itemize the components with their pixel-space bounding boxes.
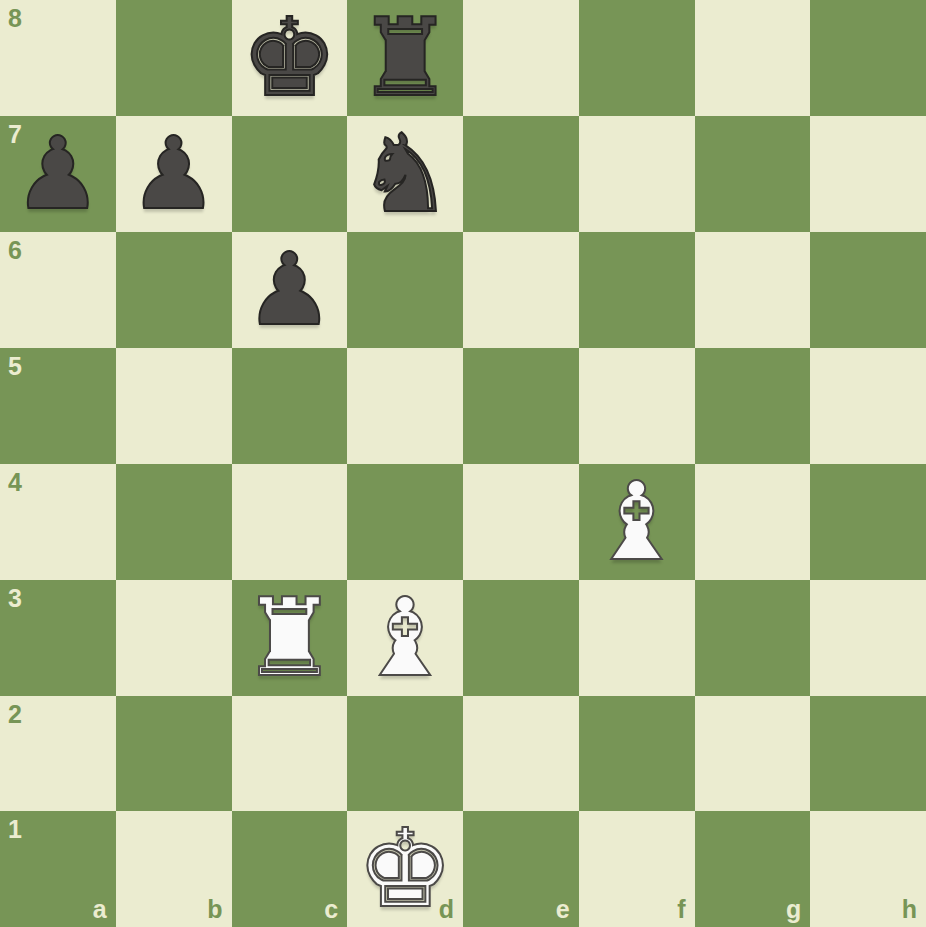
file-label-b: b	[207, 897, 222, 922]
square-a4[interactable]: 4	[0, 464, 116, 580]
square-a3[interactable]: 3	[0, 580, 116, 696]
rank-label-5: 5	[8, 354, 22, 379]
square-h2[interactable]	[810, 696, 926, 812]
square-b2[interactable]	[116, 696, 232, 812]
square-d6[interactable]	[347, 232, 463, 348]
square-d8[interactable]: ♜	[347, 0, 463, 116]
square-e2[interactable]	[463, 696, 579, 812]
square-h7[interactable]	[810, 116, 926, 232]
square-e8[interactable]	[463, 0, 579, 116]
file-label-e: e	[556, 897, 570, 922]
square-c7[interactable]	[232, 116, 348, 232]
piece-white-rook[interactable]: ♜	[241, 580, 338, 696]
square-g3[interactable]	[695, 580, 811, 696]
square-f2[interactable]	[579, 696, 695, 812]
piece-white-king[interactable]: ♚	[357, 811, 454, 927]
square-e6[interactable]	[463, 232, 579, 348]
square-f8[interactable]	[579, 0, 695, 116]
square-e4[interactable]	[463, 464, 579, 580]
piece-black-pawn[interactable]: ♟	[129, 116, 219, 232]
rank-label-4: 4	[8, 470, 22, 495]
rank-label-6: 6	[8, 238, 22, 263]
square-d4[interactable]	[347, 464, 463, 580]
piece-black-pawn[interactable]: ♟	[245, 232, 335, 348]
square-g5[interactable]	[695, 348, 811, 464]
piece-white-bishop[interactable]: ♝	[588, 464, 685, 580]
piece-black-rook[interactable]: ♜	[357, 0, 454, 116]
square-h4[interactable]	[810, 464, 926, 580]
square-h5[interactable]	[810, 348, 926, 464]
piece-black-king[interactable]: ♚	[241, 0, 338, 116]
square-f1[interactable]: f	[579, 811, 695, 927]
square-c8[interactable]: ♚	[232, 0, 348, 116]
square-d2[interactable]	[347, 696, 463, 812]
piece-black-pawn[interactable]: ♟	[13, 116, 103, 232]
square-b4[interactable]	[116, 464, 232, 580]
square-d1[interactable]: d♚	[347, 811, 463, 927]
square-a8[interactable]: 8	[0, 0, 116, 116]
square-a1[interactable]: 1a	[0, 811, 116, 927]
square-f7[interactable]	[579, 116, 695, 232]
square-c1[interactable]: c	[232, 811, 348, 927]
square-d7[interactable]: ♞	[347, 116, 463, 232]
square-c2[interactable]	[232, 696, 348, 812]
piece-white-bishop[interactable]: ♝	[357, 580, 454, 696]
square-a7[interactable]: 7♟	[0, 116, 116, 232]
square-b7[interactable]: ♟	[116, 116, 232, 232]
square-c5[interactable]	[232, 348, 348, 464]
square-f3[interactable]	[579, 580, 695, 696]
square-g4[interactable]	[695, 464, 811, 580]
file-label-c: c	[324, 897, 338, 922]
chess-board: 8♚♜7♟♟♞6♟54♝3♜♝21abcd♚efgh	[0, 0, 926, 927]
file-label-a: a	[93, 897, 107, 922]
square-g8[interactable]	[695, 0, 811, 116]
square-b5[interactable]	[116, 348, 232, 464]
rank-label-1: 1	[8, 817, 22, 842]
square-h8[interactable]	[810, 0, 926, 116]
square-e3[interactable]	[463, 580, 579, 696]
piece-black-knight[interactable]: ♞	[357, 116, 454, 232]
square-c3[interactable]: ♜	[232, 580, 348, 696]
square-a5[interactable]: 5	[0, 348, 116, 464]
square-b1[interactable]: b	[116, 811, 232, 927]
square-h6[interactable]	[810, 232, 926, 348]
square-c6[interactable]: ♟	[232, 232, 348, 348]
file-label-g: g	[786, 897, 801, 922]
square-c4[interactable]	[232, 464, 348, 580]
square-e7[interactable]	[463, 116, 579, 232]
square-e1[interactable]: e	[463, 811, 579, 927]
file-label-h: h	[902, 897, 917, 922]
file-label-f: f	[677, 897, 685, 922]
square-g7[interactable]	[695, 116, 811, 232]
square-h1[interactable]: h	[810, 811, 926, 927]
square-b8[interactable]	[116, 0, 232, 116]
rank-label-3: 3	[8, 586, 22, 611]
square-f5[interactable]	[579, 348, 695, 464]
rank-label-8: 8	[8, 6, 22, 31]
square-f6[interactable]	[579, 232, 695, 348]
square-a2[interactable]: 2	[0, 696, 116, 812]
square-d5[interactable]	[347, 348, 463, 464]
square-e5[interactable]	[463, 348, 579, 464]
square-d3[interactable]: ♝	[347, 580, 463, 696]
rank-label-2: 2	[8, 702, 22, 727]
square-g2[interactable]	[695, 696, 811, 812]
square-b3[interactable]	[116, 580, 232, 696]
square-b6[interactable]	[116, 232, 232, 348]
square-f4[interactable]: ♝	[579, 464, 695, 580]
square-g6[interactable]	[695, 232, 811, 348]
square-g1[interactable]: g	[695, 811, 811, 927]
square-h3[interactable]	[810, 580, 926, 696]
square-a6[interactable]: 6	[0, 232, 116, 348]
